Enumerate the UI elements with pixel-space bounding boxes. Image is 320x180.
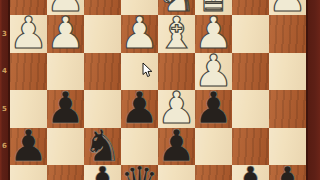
square-d3[interactable]: ♝: [158, 15, 195, 53]
black-pawn-h6[interactable]: ♟: [9, 127, 48, 165]
square-a2[interactable]: ♟: [269, 0, 306, 15]
white-pawn-g3[interactable]: ♟: [46, 14, 85, 52]
square-h6[interactable]: ♟: [10, 128, 47, 166]
square-g3[interactable]: ♟: [47, 15, 84, 53]
square-a5[interactable]: [269, 90, 306, 128]
square-f2[interactable]: [84, 0, 121, 15]
white-pawn-h3[interactable]: ♟: [9, 14, 48, 52]
rank-label-3: 3: [0, 30, 9, 38]
square-b7[interactable]: ♟: [232, 165, 269, 180]
mouse-cursor: [142, 63, 154, 79]
square-c7[interactable]: [195, 165, 232, 180]
square-h3[interactable]: ♟: [10, 15, 47, 53]
white-pawn-e3[interactable]: ♟: [120, 14, 159, 52]
square-g5[interactable]: ♟: [47, 90, 84, 128]
square-c5[interactable]: ♟: [195, 90, 232, 128]
white-bishop-d3[interactable]: ♝: [157, 14, 196, 52]
square-f3[interactable]: [84, 15, 121, 53]
square-a3[interactable]: [269, 15, 306, 53]
rank-label-6: 6: [0, 142, 9, 150]
square-h4[interactable]: [10, 53, 47, 91]
chess-board: ♟♞♛♟♟♟♟♝♟♟♟♟♟♟♟♞♟♟♛♟♟: [10, 0, 306, 180]
square-h7[interactable]: [10, 165, 47, 180]
chess-app-screenshot: ♟♞♛♟♟♟♟♝♟♟♟♟♟♟♟♞♟♟♛♟♟ 3456: [0, 0, 320, 180]
square-g6[interactable]: [47, 128, 84, 166]
black-pawn-d6[interactable]: ♟: [157, 127, 196, 165]
black-pawn-b7[interactable]: ♟: [231, 164, 270, 180]
square-b3[interactable]: [232, 15, 269, 53]
black-pawn-f7[interactable]: ♟: [83, 164, 122, 180]
white-pawn-a2[interactable]: ♟: [268, 0, 307, 14]
black-pawn-a7[interactable]: ♟: [268, 164, 307, 180]
square-a7[interactable]: ♟: [269, 165, 306, 180]
square-b2[interactable]: [232, 0, 269, 15]
square-f7[interactable]: ♟: [84, 165, 121, 180]
square-e5[interactable]: ♟: [121, 90, 158, 128]
square-c6[interactable]: [195, 128, 232, 166]
black-pawn-e5[interactable]: ♟: [120, 89, 159, 127]
board-border-right: [306, 0, 320, 180]
square-d6[interactable]: ♟: [158, 128, 195, 166]
board-border-left: 3456: [0, 0, 10, 180]
black-pawn-g5[interactable]: ♟: [46, 89, 85, 127]
square-e3[interactable]: ♟: [121, 15, 158, 53]
square-e7[interactable]: ♛: [121, 165, 158, 180]
black-pawn-c5[interactable]: ♟: [194, 89, 233, 127]
black-queen-e7[interactable]: ♛: [120, 164, 159, 180]
square-a4[interactable]: [269, 53, 306, 91]
rank-label-5: 5: [0, 105, 9, 113]
square-b5[interactable]: [232, 90, 269, 128]
square-d7[interactable]: [158, 165, 195, 180]
rank-label-4: 4: [0, 67, 9, 75]
square-f4[interactable]: [84, 53, 121, 91]
square-g7[interactable]: [47, 165, 84, 180]
square-b4[interactable]: [232, 53, 269, 91]
